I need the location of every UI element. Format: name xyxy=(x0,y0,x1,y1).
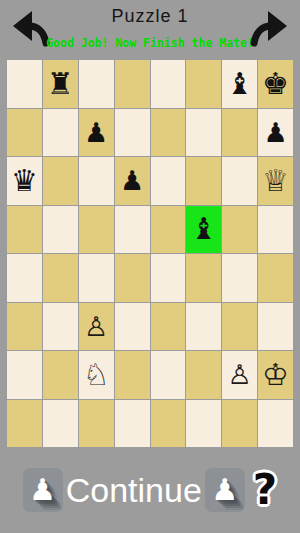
square-e5[interactable] xyxy=(151,206,186,254)
white-pawn-g2[interactable]: ♙ xyxy=(228,361,252,388)
continue-pawn-button-left[interactable]: ♟ xyxy=(23,468,63,512)
black-pawn-d6[interactable]: ♟ xyxy=(120,167,144,194)
square-h5[interactable] xyxy=(258,206,293,254)
square-b8[interactable]: ♜ xyxy=(43,60,78,108)
square-g7[interactable] xyxy=(222,109,257,157)
square-g6[interactable] xyxy=(222,157,257,205)
square-a6[interactable]: ♛ xyxy=(7,157,42,205)
white-queen-h6[interactable]: ♕ xyxy=(262,166,289,196)
square-h8[interactable]: ♚ xyxy=(258,60,293,108)
square-g2[interactable]: ♙ xyxy=(222,351,257,399)
square-d6[interactable]: ♟ xyxy=(115,157,150,205)
square-e1[interactable] xyxy=(151,400,186,448)
right-arrow-icon xyxy=(249,39,289,54)
square-d7[interactable] xyxy=(115,109,150,157)
square-d4[interactable] xyxy=(115,254,150,302)
black-pawn-c7[interactable]: ♟ xyxy=(84,119,108,146)
continue-pawn-button-right[interactable]: ♟ xyxy=(205,468,245,512)
black-pawn-h7[interactable]: ♟ xyxy=(263,119,287,146)
white-king-h2[interactable]: ♔ xyxy=(262,360,289,390)
black-bishop-f5[interactable]: ♝ xyxy=(190,214,217,244)
white-pawn-icon: ♟ xyxy=(29,475,56,505)
square-e8[interactable] xyxy=(151,60,186,108)
square-c1[interactable] xyxy=(79,400,114,448)
square-a7[interactable] xyxy=(7,109,42,157)
square-h6[interactable]: ♕ xyxy=(258,157,293,205)
square-c8[interactable] xyxy=(79,60,114,108)
square-e7[interactable] xyxy=(151,109,186,157)
square-b1[interactable] xyxy=(43,400,78,448)
square-h1[interactable] xyxy=(258,400,293,448)
white-knight-c2[interactable]: ♘ xyxy=(83,360,110,390)
square-d3[interactable] xyxy=(115,303,150,351)
black-queen-a6[interactable]: ♛ xyxy=(11,166,38,196)
header: Puzzle 1 Good Job! Now Finish the Mate! xyxy=(0,0,300,60)
square-f2[interactable] xyxy=(186,351,221,399)
black-king-h8[interactable]: ♚ xyxy=(262,69,289,99)
square-b3[interactable] xyxy=(43,303,78,351)
square-b5[interactable] xyxy=(43,206,78,254)
square-g3[interactable] xyxy=(222,303,257,351)
continue-button-label[interactable]: Continue xyxy=(66,471,202,510)
square-a2[interactable] xyxy=(7,351,42,399)
square-f3[interactable] xyxy=(186,303,221,351)
square-e4[interactable] xyxy=(151,254,186,302)
square-b4[interactable] xyxy=(43,254,78,302)
square-c4[interactable] xyxy=(79,254,114,302)
square-f6[interactable] xyxy=(186,157,221,205)
square-c3[interactable]: ♙ xyxy=(79,303,114,351)
square-g8[interactable]: ♝ xyxy=(222,60,257,108)
square-g5[interactable] xyxy=(222,206,257,254)
chess-puzzle-app: Puzzle 1 Good Job! Now Finish the Mate! … xyxy=(0,0,300,533)
square-d2[interactable] xyxy=(115,351,150,399)
white-pawn-icon: ♟ xyxy=(211,475,238,505)
square-d8[interactable] xyxy=(115,60,150,108)
square-b2[interactable] xyxy=(43,351,78,399)
footer: ♟ Continue ♟ ? xyxy=(0,447,300,533)
square-c6[interactable] xyxy=(79,157,114,205)
square-b6[interactable] xyxy=(43,157,78,205)
square-e3[interactable] xyxy=(151,303,186,351)
square-a4[interactable] xyxy=(7,254,42,302)
square-c2[interactable]: ♘ xyxy=(79,351,114,399)
square-e2[interactable] xyxy=(151,351,186,399)
square-f1[interactable] xyxy=(186,400,221,448)
white-pawn-c3[interactable]: ♙ xyxy=(84,313,108,340)
square-a1[interactable] xyxy=(7,400,42,448)
square-b7[interactable] xyxy=(43,109,78,157)
square-f4[interactable] xyxy=(186,254,221,302)
square-h7[interactable]: ♟ xyxy=(258,109,293,157)
square-h2[interactable]: ♔ xyxy=(258,351,293,399)
square-a5[interactable] xyxy=(7,206,42,254)
help-button[interactable]: ? xyxy=(253,469,277,511)
square-f7[interactable] xyxy=(186,109,221,157)
square-f5[interactable]: ♝ xyxy=(186,206,221,254)
square-e6[interactable] xyxy=(151,157,186,205)
square-g1[interactable] xyxy=(222,400,257,448)
square-d5[interactable] xyxy=(115,206,150,254)
square-g4[interactable] xyxy=(222,254,257,302)
square-a3[interactable] xyxy=(7,303,42,351)
square-f8[interactable] xyxy=(186,60,221,108)
black-rook-b8[interactable]: ♜ xyxy=(47,69,74,99)
next-puzzle-button[interactable] xyxy=(249,5,289,51)
black-bishop-g8[interactable]: ♝ xyxy=(226,69,253,99)
chess-board: ♜♝♚♟♟♛♟♕♝♙♘♙♔ xyxy=(7,60,293,447)
square-d1[interactable] xyxy=(115,400,150,448)
square-a8[interactable] xyxy=(7,60,42,108)
square-h4[interactable] xyxy=(258,254,293,302)
square-c5[interactable] xyxy=(79,206,114,254)
square-h3[interactable] xyxy=(258,303,293,351)
square-c7[interactable]: ♟ xyxy=(79,109,114,157)
